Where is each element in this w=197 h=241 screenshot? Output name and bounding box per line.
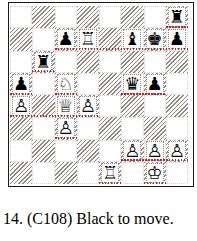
white-pawn-icon: ♙ — [79, 96, 97, 116]
square-e4 — [99, 95, 121, 117]
square-f8 — [121, 6, 143, 28]
square-b8 — [32, 6, 54, 28]
square-e6 — [99, 51, 121, 73]
white-rook-icon: ♖ — [79, 29, 97, 49]
diagram-caption: 14. (C108) Black to move. — [3, 210, 195, 228]
square-g4 — [144, 95, 166, 117]
white-pawn-icon: ♙ — [123, 141, 141, 161]
square-a2 — [10, 140, 32, 162]
spellcheck-squiggle — [10, 93, 32, 95]
square-g8 — [144, 6, 166, 28]
white-pawn-icon: ♙ — [12, 96, 30, 116]
square-b2 — [32, 140, 54, 162]
square-h6 — [166, 51, 188, 73]
square-f6 — [121, 51, 143, 73]
black-rook-icon: ♜ — [168, 7, 186, 27]
square-d2 — [77, 140, 99, 162]
square-f4 — [121, 95, 143, 117]
square-b1 — [32, 162, 54, 184]
square-d8 — [77, 6, 99, 28]
white-knight-icon: ♘ — [57, 74, 75, 94]
square-c6 — [55, 51, 77, 73]
spellcheck-squiggle — [166, 26, 188, 28]
square-f1 — [121, 162, 143, 184]
square-a8 — [10, 6, 32, 28]
black-bishop-icon: ♝ — [123, 29, 141, 49]
square-b7 — [32, 28, 54, 50]
board-frame: ♜♟♖♝♚♟♜♟♘♛♟♙♕♙♙♙♙♙♖♔ — [8, 2, 194, 187]
square-e5 — [99, 73, 121, 95]
square-a3 — [10, 117, 32, 139]
square-h3 — [166, 117, 188, 139]
square-c8 — [55, 6, 77, 28]
square-d5 — [77, 73, 99, 95]
square-d3 — [77, 117, 99, 139]
white-queen-icon: ♕ — [57, 96, 75, 116]
square-d6 — [77, 51, 99, 73]
black-pawn-icon: ♟ — [168, 29, 186, 49]
square-b3 — [32, 117, 54, 139]
square-e8 — [99, 6, 121, 28]
black-queen-icon: ♛ — [123, 74, 141, 94]
square-g6 — [144, 51, 166, 73]
white-pawn-icon: ♙ — [146, 141, 164, 161]
white-king-icon: ♔ — [146, 163, 164, 183]
spellcheck-squiggle — [99, 182, 121, 184]
square-d1 — [77, 162, 99, 184]
square-a6 — [10, 51, 32, 73]
spellcheck-squiggle — [55, 137, 77, 139]
square-g3 — [144, 117, 166, 139]
chess-board: ♜♟♖♝♚♟♜♟♘♛♟♙♕♙♙♙♙♙♖♔ — [10, 6, 188, 184]
chess-diagram: ♜♟♖♝♚♟♜♟♘♛♟♙♕♙♙♙♙♙♖♔ 14. (C108) Black to… — [0, 0, 197, 241]
spellcheck-squiggle — [55, 48, 189, 50]
square-h4 — [166, 95, 188, 117]
black-king-icon: ♚ — [146, 29, 164, 49]
square-h5 — [166, 73, 188, 95]
black-rook-icon: ♜ — [34, 52, 52, 72]
spellcheck-squiggle — [10, 115, 99, 117]
square-e2 — [99, 140, 121, 162]
square-a1 — [10, 162, 32, 184]
spellcheck-squiggle — [121, 93, 166, 95]
white-rook-icon: ♖ — [101, 163, 119, 183]
square-b5 — [32, 73, 54, 95]
square-a7 — [10, 28, 32, 50]
spellcheck-squiggle — [55, 93, 77, 95]
white-pawn-icon: ♙ — [57, 118, 75, 138]
black-pawn-icon: ♟ — [57, 29, 75, 49]
square-e3 — [99, 117, 121, 139]
black-pawn-icon: ♟ — [146, 74, 164, 94]
spellcheck-squiggle — [144, 182, 166, 184]
white-pawn-icon: ♙ — [168, 141, 186, 161]
square-c1 — [55, 162, 77, 184]
spellcheck-squiggle — [121, 159, 188, 161]
black-pawn-icon: ♟ — [12, 74, 30, 94]
spellcheck-squiggle — [32, 70, 54, 72]
square-h1 — [166, 162, 188, 184]
square-f3 — [121, 117, 143, 139]
square-c2 — [55, 140, 77, 162]
